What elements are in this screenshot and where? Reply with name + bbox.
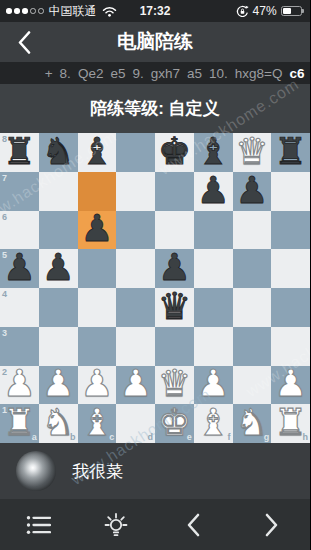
move-token[interactable]: gxh7 <box>151 66 180 81</box>
square-d8[interactable] <box>116 133 155 172</box>
square-a2[interactable]: 2♟ <box>0 366 39 405</box>
square-d6[interactable] <box>116 211 155 250</box>
square-h6[interactable] <box>271 211 310 250</box>
app-screen: 中国联通 17:32 47% <box>0 0 310 550</box>
file-label: h <box>303 432 309 442</box>
square-g3[interactable] <box>233 327 272 366</box>
signal-dot <box>30 8 36 14</box>
white-rook-piece: ♜ <box>3 404 36 441</box>
square-h1[interactable]: h♜ <box>271 404 310 443</box>
white-queen-piece: ♛ <box>158 365 191 402</box>
square-e5[interactable]: ♟ <box>155 249 194 288</box>
status-bar: 中国联通 17:32 47% <box>0 0 310 22</box>
battery-fill <box>283 8 291 15</box>
rank-label: 4 <box>2 289 7 299</box>
square-c1[interactable]: c♝ <box>78 404 117 443</box>
previous-move-button[interactable] <box>155 499 233 550</box>
file-label: f <box>228 432 231 442</box>
square-b5[interactable]: ♟ <box>39 249 78 288</box>
square-g4[interactable] <box>233 288 272 327</box>
white-pawn-piece: ♟ <box>119 365 152 402</box>
white-rook-piece: ♜ <box>274 404 307 441</box>
square-c5[interactable] <box>78 249 117 288</box>
square-f5[interactable] <box>194 249 233 288</box>
rank-label: 8 <box>2 134 7 144</box>
move-list-icon <box>26 515 51 535</box>
square-e4[interactable]: ♛ <box>155 288 194 327</box>
white-king-piece: ♚ <box>158 404 191 441</box>
white-pawn-piece: ♟ <box>3 365 36 402</box>
white-pawn-piece: ♟ <box>197 365 230 402</box>
square-b2[interactable]: ♟ <box>39 366 78 405</box>
square-h7[interactable] <box>271 172 310 211</box>
black-knight-piece: ♞ <box>42 133 75 170</box>
square-e1[interactable]: e♚ <box>155 404 194 443</box>
square-e8[interactable]: ♚ <box>155 133 194 172</box>
square-e2[interactable]: ♛ <box>155 366 194 405</box>
file-label: c <box>109 432 114 442</box>
square-g7[interactable]: ♟ <box>233 172 272 211</box>
rank-label: 1 <box>2 405 7 415</box>
move-token[interactable]: a5 <box>187 66 202 81</box>
square-b7[interactable] <box>39 172 78 211</box>
nav-bar: 电脑陪练 <box>0 22 310 62</box>
clock: 17:32 <box>140 4 171 18</box>
square-f1[interactable]: f♝ <box>194 404 233 443</box>
move-list-button[interactable] <box>0 499 78 550</box>
black-pawn-piece: ♟ <box>235 172 268 209</box>
black-pawn-piece: ♟ <box>42 249 75 286</box>
battery-icon <box>281 6 304 17</box>
square-d1[interactable]: d <box>116 404 155 443</box>
white-pawn-piece: ♟ <box>274 365 307 402</box>
file-label: b <box>70 432 76 442</box>
move-token[interactable]: e5 <box>110 66 125 81</box>
square-c4[interactable] <box>78 288 117 327</box>
square-f7[interactable]: ♟ <box>194 172 233 211</box>
trainer-level-label: 陪练等级: 自定义 <box>90 97 219 120</box>
square-a7[interactable]: 7 <box>0 172 39 211</box>
move-token[interactable]: 10. <box>209 66 228 81</box>
square-g1[interactable]: g♞ <box>233 404 272 443</box>
square-e6[interactable] <box>155 211 194 250</box>
move-token[interactable]: 9. <box>132 66 143 81</box>
black-king-piece: ♚ <box>158 133 191 170</box>
white-pawn-piece: ♟ <box>80 365 113 402</box>
signal-dot <box>22 8 28 14</box>
signal-dot <box>38 8 44 14</box>
black-rook-piece: ♜ <box>274 133 307 170</box>
move-token[interactable]: c6 <box>289 66 304 81</box>
square-g5[interactable] <box>233 249 272 288</box>
square-f2[interactable]: ♟ <box>194 366 233 405</box>
file-label: a <box>32 432 37 442</box>
file-label: g <box>264 432 270 442</box>
square-h3[interactable] <box>271 327 310 366</box>
square-h5[interactable] <box>271 249 310 288</box>
black-pawn-piece: ♟ <box>158 249 191 286</box>
black-pawn-piece: ♟ <box>197 172 230 209</box>
square-b4[interactable] <box>39 288 78 327</box>
square-a8[interactable]: 8♜ <box>0 133 39 172</box>
rank-label: 6 <box>2 212 7 222</box>
orientation-lock-icon <box>236 5 249 18</box>
square-h8[interactable]: ♜ <box>271 133 310 172</box>
square-d4[interactable] <box>116 288 155 327</box>
battery-percent-label: 47% <box>253 4 277 18</box>
move-token[interactable]: 8. <box>60 66 71 81</box>
square-g6[interactable] <box>233 211 272 250</box>
wifi-icon <box>102 6 117 17</box>
square-a4[interactable]: 4 <box>0 288 39 327</box>
previous-chevron-icon <box>186 513 201 537</box>
square-h4[interactable] <box>271 288 310 327</box>
square-a3[interactable]: 3 <box>0 327 39 366</box>
carrier-label: 中国联通 <box>49 3 97 20</box>
black-bishop-piece: ♝ <box>197 133 230 170</box>
rank-label: 2 <box>2 367 7 377</box>
square-d3[interactable] <box>116 327 155 366</box>
signal-dot <box>14 8 20 14</box>
move-list-bar: +8.Qe2e59.gxh7a510.hxg8=Qc6 <box>0 62 310 84</box>
chess-board: 8♜♞♝♚♝♛♜7♟♟6♟5♟♟♟4♛32♟♟♟♟♛♟♟1a♜b♞c♝de♚f♝… <box>0 133 310 443</box>
white-bishop-piece: ♝ <box>197 404 230 441</box>
white-knight-piece: ♞ <box>235 404 268 441</box>
opponent-avatar <box>16 451 56 491</box>
white-pawn-piece: ♟ <box>42 365 75 402</box>
square-d2[interactable]: ♟ <box>116 366 155 405</box>
back-chevron-icon <box>18 31 31 54</box>
square-c6[interactable]: ♟ <box>78 211 117 250</box>
black-bishop-piece: ♝ <box>80 133 113 170</box>
square-d7[interactable] <box>116 172 155 211</box>
move-token[interactable]: hxg8=Q <box>235 66 283 81</box>
square-c7[interactable] <box>78 172 117 211</box>
square-c2[interactable]: ♟ <box>78 366 117 405</box>
rank-label: 5 <box>2 250 7 260</box>
square-f6[interactable] <box>194 211 233 250</box>
square-b3[interactable] <box>39 327 78 366</box>
square-b1[interactable]: b♞ <box>39 404 78 443</box>
move-token[interactable]: Qe2 <box>78 66 104 81</box>
trainer-level-row[interactable]: 陪练等级: 自定义 <box>0 84 310 133</box>
move-token[interactable]: + <box>45 66 53 81</box>
square-e7[interactable] <box>155 172 194 211</box>
white-knight-piece: ♞ <box>42 404 75 441</box>
back-button[interactable] <box>8 26 40 58</box>
white-bishop-piece: ♝ <box>80 404 113 441</box>
black-rook-piece: ♜ <box>3 133 36 170</box>
rank-label: 3 <box>2 328 7 338</box>
square-c3[interactable] <box>78 327 117 366</box>
square-d5[interactable] <box>116 249 155 288</box>
square-g8[interactable]: ♛ <box>233 133 272 172</box>
square-e3[interactable] <box>155 327 194 366</box>
white-queen-piece: ♛ <box>235 133 268 170</box>
bottom-toolbar <box>0 499 310 550</box>
square-f4[interactable] <box>194 288 233 327</box>
next-move-button[interactable] <box>233 499 311 550</box>
next-chevron-icon <box>264 513 279 537</box>
square-g2[interactable] <box>233 366 272 405</box>
square-h2[interactable]: ♟ <box>271 366 310 405</box>
black-pawn-piece: ♟ <box>80 210 113 247</box>
square-a1[interactable]: 1a♜ <box>0 404 39 443</box>
opponent-row: 我很菜 <box>0 443 310 499</box>
rank-label: 7 <box>2 173 7 183</box>
black-pawn-piece: ♟ <box>3 249 36 286</box>
square-b6[interactable] <box>39 211 78 250</box>
square-c8[interactable]: ♝ <box>78 133 117 172</box>
hint-lightbulb-icon <box>103 511 129 538</box>
opponent-name: 我很菜 <box>72 460 123 483</box>
square-a5[interactable]: 5♟ <box>0 249 39 288</box>
signal-dot <box>6 8 12 14</box>
square-f3[interactable] <box>194 327 233 366</box>
signal-strength-icon <box>6 8 44 14</box>
square-f8[interactable]: ♝ <box>194 133 233 172</box>
square-a6[interactable]: 6 <box>0 211 39 250</box>
hint-button[interactable] <box>78 499 156 550</box>
page-title: 电脑陪练 <box>0 29 310 55</box>
black-queen-piece: ♛ <box>158 288 191 325</box>
square-b8[interactable]: ♞ <box>39 133 78 172</box>
file-label: d <box>148 432 154 442</box>
file-label: e <box>187 432 192 442</box>
